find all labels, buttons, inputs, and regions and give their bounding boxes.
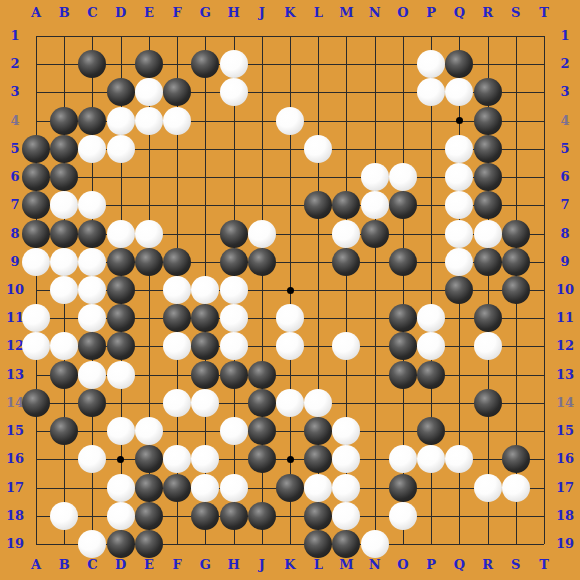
white-stone: [191, 445, 219, 473]
black-stone: [332, 191, 360, 219]
white-stone: [332, 332, 360, 360]
black-stone: [502, 248, 530, 276]
row-label-right: 10: [551, 282, 579, 298]
black-stone: [445, 276, 473, 304]
column-label-top: B: [50, 5, 78, 21]
column-label-top: Q: [445, 5, 473, 21]
white-stone: [78, 445, 106, 473]
go-board[interactable]: AA11BB22CC33DD44EE55FF66GG77HH88JJ99KK10…: [0, 0, 580, 580]
column-label-top: N: [361, 5, 389, 21]
row-label-right: 11: [551, 310, 579, 326]
white-stone: [22, 304, 50, 332]
white-stone: [445, 191, 473, 219]
column-label-top: G: [191, 5, 219, 21]
white-stone: [107, 107, 135, 135]
white-stone: [417, 304, 445, 332]
black-stone: [445, 50, 473, 78]
column-label-bottom: B: [50, 557, 78, 573]
white-stone: [445, 135, 473, 163]
row-label-right: 18: [551, 508, 579, 524]
white-stone: [50, 248, 78, 276]
row-label-left: 16: [1, 451, 29, 467]
row-label-right: 14: [551, 395, 579, 411]
white-stone: [332, 417, 360, 445]
black-stone: [389, 474, 417, 502]
row-label-right: 5: [551, 141, 579, 157]
white-stone: [474, 474, 502, 502]
black-stone: [50, 107, 78, 135]
row-label-left: 10: [1, 282, 29, 298]
white-stone: [22, 332, 50, 360]
row-label-right: 19: [551, 536, 579, 552]
white-stone: [474, 332, 502, 360]
row-label-right: 6: [551, 169, 579, 185]
white-stone: [163, 276, 191, 304]
white-stone: [220, 332, 248, 360]
white-stone: [332, 474, 360, 502]
star-point: [117, 456, 124, 463]
white-stone: [445, 445, 473, 473]
row-label-left: 17: [1, 480, 29, 496]
row-label-right: 13: [551, 367, 579, 383]
black-stone: [248, 445, 276, 473]
black-stone: [220, 361, 248, 389]
column-label-bottom: F: [163, 557, 191, 573]
black-stone: [304, 502, 332, 530]
white-stone: [78, 276, 106, 304]
black-stone: [474, 191, 502, 219]
star-point: [287, 456, 294, 463]
white-stone: [276, 389, 304, 417]
black-stone: [361, 220, 389, 248]
column-label-bottom: R: [474, 557, 502, 573]
white-stone: [445, 248, 473, 276]
black-stone: [191, 361, 219, 389]
white-stone: [417, 78, 445, 106]
white-stone: [474, 220, 502, 248]
black-stone: [474, 248, 502, 276]
column-label-top: T: [530, 5, 558, 21]
white-stone: [417, 445, 445, 473]
white-stone: [191, 276, 219, 304]
black-stone: [417, 361, 445, 389]
row-label-left: 2: [1, 56, 29, 72]
column-label-top: M: [332, 5, 360, 21]
row-label-left: 1: [1, 28, 29, 44]
star-point: [456, 117, 463, 124]
white-stone: [107, 417, 135, 445]
black-stone: [50, 163, 78, 191]
black-stone: [474, 163, 502, 191]
white-stone: [107, 474, 135, 502]
black-stone: [191, 332, 219, 360]
white-stone: [220, 417, 248, 445]
black-stone: [248, 417, 276, 445]
white-stone: [389, 502, 417, 530]
black-stone: [474, 107, 502, 135]
black-stone: [78, 220, 106, 248]
black-stone: [22, 163, 50, 191]
column-label-top: J: [248, 5, 276, 21]
row-label-right: 8: [551, 226, 579, 242]
white-stone: [304, 135, 332, 163]
star-point: [287, 287, 294, 294]
white-stone: [50, 332, 78, 360]
black-stone: [107, 248, 135, 276]
white-stone: [78, 191, 106, 219]
column-label-bottom: N: [361, 557, 389, 573]
column-label-top: R: [474, 5, 502, 21]
column-label-top: F: [163, 5, 191, 21]
white-stone: [135, 220, 163, 248]
white-stone: [50, 191, 78, 219]
white-stone: [50, 502, 78, 530]
white-stone: [163, 389, 191, 417]
row-label-left: 15: [1, 423, 29, 439]
white-stone: [78, 304, 106, 332]
black-stone: [191, 304, 219, 332]
black-stone: [50, 361, 78, 389]
column-label-bottom: O: [389, 557, 417, 573]
black-stone: [389, 332, 417, 360]
row-label-right: 12: [551, 338, 579, 354]
column-label-top: A: [22, 5, 50, 21]
black-stone: [332, 248, 360, 276]
white-stone: [220, 276, 248, 304]
white-stone: [163, 332, 191, 360]
column-label-bottom: K: [276, 557, 304, 573]
row-label-right: 1: [551, 28, 579, 44]
row-label-right: 2: [551, 56, 579, 72]
white-stone: [417, 50, 445, 78]
black-stone: [191, 502, 219, 530]
white-stone: [248, 220, 276, 248]
black-stone: [135, 502, 163, 530]
black-stone: [191, 50, 219, 78]
white-stone: [78, 248, 106, 276]
black-stone: [332, 530, 360, 558]
white-stone: [50, 276, 78, 304]
black-stone: [304, 191, 332, 219]
row-label-left: 18: [1, 508, 29, 524]
black-stone: [135, 50, 163, 78]
row-label-left: 13: [1, 367, 29, 383]
black-stone: [474, 304, 502, 332]
white-stone: [78, 530, 106, 558]
row-label-left: 19: [1, 536, 29, 552]
row-label-right: 3: [551, 84, 579, 100]
grid-line-vertical: [544, 36, 545, 544]
column-label-bottom: L: [304, 557, 332, 573]
white-stone: [361, 163, 389, 191]
black-stone: [163, 78, 191, 106]
white-stone: [163, 445, 191, 473]
black-stone: [78, 107, 106, 135]
white-stone: [276, 107, 304, 135]
black-stone: [107, 304, 135, 332]
white-stone: [276, 304, 304, 332]
column-label-bottom: A: [22, 557, 50, 573]
black-stone: [107, 530, 135, 558]
black-stone: [50, 417, 78, 445]
column-label-bottom: Q: [445, 557, 473, 573]
black-stone: [135, 445, 163, 473]
white-stone: [502, 474, 530, 502]
black-stone: [50, 135, 78, 163]
column-label-top: P: [417, 5, 445, 21]
black-stone: [389, 248, 417, 276]
column-label-top: C: [78, 5, 106, 21]
white-stone: [191, 474, 219, 502]
white-stone: [389, 445, 417, 473]
column-label-bottom: M: [332, 557, 360, 573]
row-label-right: 9: [551, 254, 579, 270]
row-label-right: 16: [551, 451, 579, 467]
white-stone: [445, 78, 473, 106]
white-stone: [304, 474, 332, 502]
column-label-bottom: T: [530, 557, 558, 573]
black-stone: [389, 191, 417, 219]
row-label-left: 4: [1, 113, 29, 129]
white-stone: [107, 220, 135, 248]
black-stone: [248, 248, 276, 276]
black-stone: [474, 78, 502, 106]
white-stone: [389, 163, 417, 191]
white-stone: [107, 502, 135, 530]
black-stone: [502, 445, 530, 473]
black-stone: [248, 389, 276, 417]
white-stone: [445, 220, 473, 248]
black-stone: [417, 417, 445, 445]
white-stone: [107, 135, 135, 163]
column-label-bottom: E: [135, 557, 163, 573]
black-stone: [22, 220, 50, 248]
row-label-left: 3: [1, 84, 29, 100]
black-stone: [502, 276, 530, 304]
black-stone: [163, 474, 191, 502]
column-label-top: K: [276, 5, 304, 21]
white-stone: [22, 248, 50, 276]
black-stone: [389, 361, 417, 389]
black-stone: [22, 191, 50, 219]
column-label-top: L: [304, 5, 332, 21]
black-stone: [220, 220, 248, 248]
white-stone: [135, 107, 163, 135]
column-label-bottom: P: [417, 557, 445, 573]
column-label-bottom: J: [248, 557, 276, 573]
column-label-top: S: [502, 5, 530, 21]
column-label-bottom: D: [107, 557, 135, 573]
black-stone: [107, 78, 135, 106]
column-label-bottom: H: [220, 557, 248, 573]
black-stone: [248, 361, 276, 389]
white-stone: [304, 389, 332, 417]
white-stone: [417, 332, 445, 360]
black-stone: [276, 474, 304, 502]
black-stone: [135, 248, 163, 276]
white-stone: [220, 50, 248, 78]
row-label-right: 15: [551, 423, 579, 439]
black-stone: [474, 389, 502, 417]
white-stone: [78, 361, 106, 389]
black-stone: [474, 135, 502, 163]
column-label-top: D: [107, 5, 135, 21]
white-stone: [220, 474, 248, 502]
black-stone: [107, 332, 135, 360]
black-stone: [107, 276, 135, 304]
black-stone: [78, 50, 106, 78]
white-stone: [276, 332, 304, 360]
column-label-bottom: S: [502, 557, 530, 573]
black-stone: [50, 220, 78, 248]
column-label-bottom: G: [191, 557, 219, 573]
white-stone: [332, 445, 360, 473]
white-stone: [361, 530, 389, 558]
white-stone: [332, 220, 360, 248]
white-stone: [191, 389, 219, 417]
black-stone: [220, 248, 248, 276]
black-stone: [502, 220, 530, 248]
white-stone: [361, 191, 389, 219]
black-stone: [163, 304, 191, 332]
black-stone: [78, 332, 106, 360]
white-stone: [220, 304, 248, 332]
column-label-top: E: [135, 5, 163, 21]
white-stone: [107, 361, 135, 389]
black-stone: [304, 530, 332, 558]
black-stone: [220, 502, 248, 530]
column-label-bottom: C: [78, 557, 106, 573]
black-stone: [304, 445, 332, 473]
row-label-right: 7: [551, 197, 579, 213]
row-label-right: 17: [551, 480, 579, 496]
white-stone: [135, 417, 163, 445]
black-stone: [163, 248, 191, 276]
white-stone: [332, 502, 360, 530]
black-stone: [304, 417, 332, 445]
white-stone: [163, 107, 191, 135]
black-stone: [135, 474, 163, 502]
white-stone: [445, 163, 473, 191]
row-label-right: 4: [551, 113, 579, 129]
black-stone: [22, 389, 50, 417]
black-stone: [389, 304, 417, 332]
white-stone: [78, 135, 106, 163]
grid-line-vertical: [375, 36, 376, 544]
black-stone: [22, 135, 50, 163]
black-stone: [135, 530, 163, 558]
black-stone: [248, 502, 276, 530]
white-stone: [220, 78, 248, 106]
white-stone: [135, 78, 163, 106]
black-stone: [78, 389, 106, 417]
column-label-top: H: [220, 5, 248, 21]
column-label-top: O: [389, 5, 417, 21]
